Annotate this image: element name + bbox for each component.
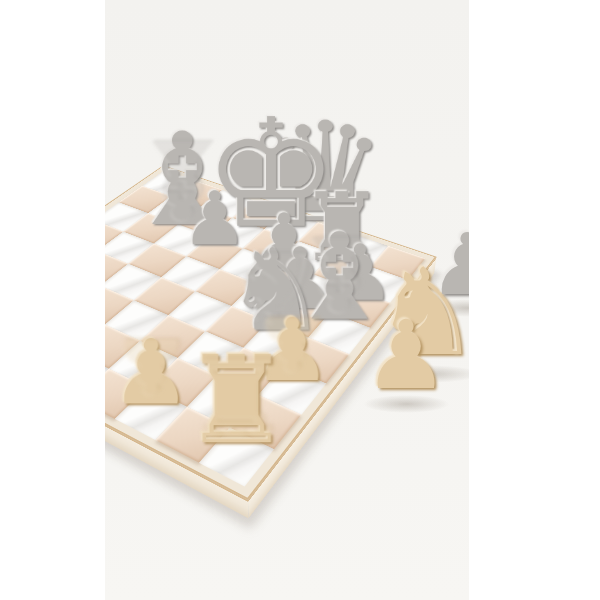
rook-mirror-reflection: ♜	[182, 343, 291, 446]
offboard-wood-pawn[interactable]: ♟	[363, 308, 448, 403]
product-photo-canvas: ♛♚♜♝♝♟♟♟♟♝♝♞♞♟♟♟♟♜♜ ♞♟♟	[0, 0, 600, 600]
photo-strip: ♛♚♜♝♝♟♟♟♟♝♝♞♞♟♟♟♟♜♜ ♞♟♟	[105, 0, 469, 600]
offboard-silver-pawn-cropped[interactable]: ♟	[429, 222, 469, 307]
square-h1[interactable]: ♜♜	[199, 427, 275, 486]
pawn-mirror-reflection: ♟	[111, 327, 191, 403]
